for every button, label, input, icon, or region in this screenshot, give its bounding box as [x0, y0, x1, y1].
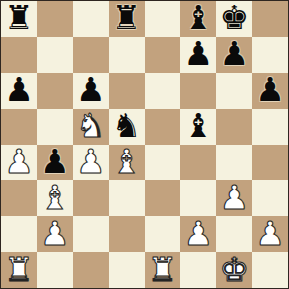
square-h7[interactable]: [252, 37, 288, 73]
piece-white-pawn[interactable]: ♟: [76, 145, 106, 178]
square-g3[interactable]: ♟: [216, 180, 252, 216]
square-g2[interactable]: [216, 216, 252, 252]
piece-black-pawn[interactable]: ♟: [184, 37, 214, 70]
piece-black-pawn[interactable]: ♟: [4, 73, 34, 106]
square-a3[interactable]: [1, 180, 37, 216]
square-d1[interactable]: [109, 252, 145, 288]
piece-black-pawn[interactable]: ♟: [76, 73, 106, 106]
square-d8[interactable]: ♜: [109, 1, 145, 37]
piece-white-bishop[interactable]: ♝: [112, 145, 142, 178]
piece-black-pawn[interactable]: ♟: [219, 37, 249, 70]
piece-white-bishop[interactable]: ♝: [40, 181, 70, 214]
square-d2[interactable]: [109, 216, 145, 252]
chess-board: ♜♜♝♚♟♟♟♟♟♞♞♝♟♟♟♝♝♟♟♟♟♜♜♚: [0, 0, 289, 289]
square-b7[interactable]: [37, 37, 73, 73]
square-c7[interactable]: [73, 37, 109, 73]
square-c2[interactable]: [73, 216, 109, 252]
square-b8[interactable]: [37, 1, 73, 37]
square-f7[interactable]: ♟: [180, 37, 216, 73]
square-h5[interactable]: [252, 109, 288, 145]
square-h8[interactable]: [252, 1, 288, 37]
square-g8[interactable]: ♚: [216, 1, 252, 37]
square-c8[interactable]: [73, 1, 109, 37]
piece-black-rook[interactable]: ♜: [4, 1, 34, 34]
piece-white-pawn[interactable]: ♟: [4, 145, 34, 178]
piece-black-bishop[interactable]: ♝: [184, 109, 214, 142]
piece-black-pawn[interactable]: ♟: [40, 145, 70, 178]
piece-black-rook[interactable]: ♜: [112, 1, 142, 34]
piece-white-pawn[interactable]: ♟: [40, 217, 70, 250]
square-a4[interactable]: ♟: [1, 145, 37, 181]
square-e1[interactable]: ♜: [145, 252, 181, 288]
square-f6[interactable]: [180, 73, 216, 109]
square-a1[interactable]: ♜: [1, 252, 37, 288]
piece-white-king[interactable]: ♚: [219, 253, 249, 286]
square-f5[interactable]: ♝: [180, 109, 216, 145]
square-d6[interactable]: [109, 73, 145, 109]
square-e2[interactable]: [145, 216, 181, 252]
square-c3[interactable]: [73, 180, 109, 216]
piece-black-king[interactable]: ♚: [219, 1, 249, 34]
square-d3[interactable]: [109, 180, 145, 216]
square-f3[interactable]: [180, 180, 216, 216]
square-g7[interactable]: ♟: [216, 37, 252, 73]
piece-white-pawn[interactable]: ♟: [255, 217, 285, 250]
square-a5[interactable]: [1, 109, 37, 145]
square-g5[interactable]: [216, 109, 252, 145]
piece-white-rook[interactable]: ♜: [148, 253, 178, 286]
square-e5[interactable]: [145, 109, 181, 145]
piece-black-pawn[interactable]: ♟: [255, 73, 285, 106]
square-b2[interactable]: ♟: [37, 216, 73, 252]
piece-white-rook[interactable]: ♜: [4, 253, 34, 286]
square-f4[interactable]: [180, 145, 216, 181]
piece-white-knight[interactable]: ♞: [76, 109, 106, 142]
square-e7[interactable]: [145, 37, 181, 73]
square-h6[interactable]: ♟: [252, 73, 288, 109]
square-e4[interactable]: [145, 145, 181, 181]
square-g4[interactable]: [216, 145, 252, 181]
square-e8[interactable]: [145, 1, 181, 37]
square-a8[interactable]: ♜: [1, 1, 37, 37]
square-g6[interactable]: [216, 73, 252, 109]
square-h4[interactable]: [252, 145, 288, 181]
square-b3[interactable]: ♝: [37, 180, 73, 216]
square-h2[interactable]: ♟: [252, 216, 288, 252]
square-a7[interactable]: [1, 37, 37, 73]
square-b1[interactable]: [37, 252, 73, 288]
square-a6[interactable]: ♟: [1, 73, 37, 109]
square-d4[interactable]: ♝: [109, 145, 145, 181]
square-c1[interactable]: [73, 252, 109, 288]
square-f8[interactable]: ♝: [180, 1, 216, 37]
square-a2[interactable]: [1, 216, 37, 252]
square-e6[interactable]: [145, 73, 181, 109]
piece-white-pawn[interactable]: ♟: [184, 217, 214, 250]
square-e3[interactable]: [145, 180, 181, 216]
piece-black-bishop[interactable]: ♝: [184, 1, 214, 34]
square-d5[interactable]: ♞: [109, 109, 145, 145]
square-b6[interactable]: [37, 73, 73, 109]
square-c4[interactable]: ♟: [73, 145, 109, 181]
piece-white-pawn[interactable]: ♟: [219, 181, 249, 214]
square-g1[interactable]: ♚: [216, 252, 252, 288]
square-b4[interactable]: ♟: [37, 145, 73, 181]
square-f2[interactable]: ♟: [180, 216, 216, 252]
square-h1[interactable]: [252, 252, 288, 288]
square-c5[interactable]: ♞: [73, 109, 109, 145]
square-h3[interactable]: [252, 180, 288, 216]
piece-black-knight[interactable]: ♞: [112, 109, 142, 142]
square-b5[interactable]: [37, 109, 73, 145]
square-c6[interactable]: ♟: [73, 73, 109, 109]
square-f1[interactable]: [180, 252, 216, 288]
square-d7[interactable]: [109, 37, 145, 73]
